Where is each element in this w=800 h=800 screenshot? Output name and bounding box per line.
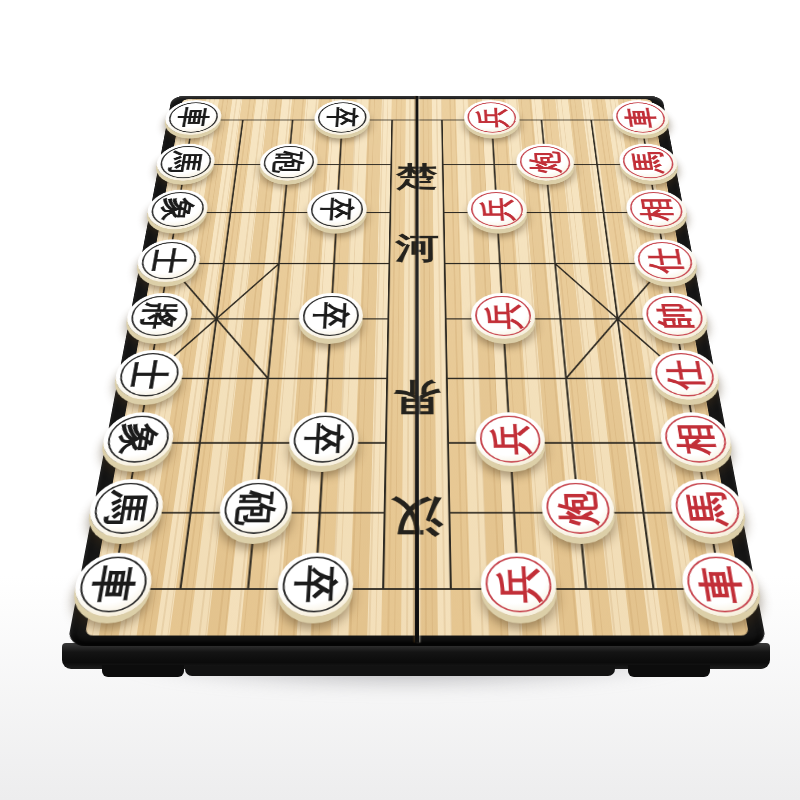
piece-red-soldier[interactable]: 兵	[463, 100, 521, 135]
piece-character: 卒	[292, 565, 339, 603]
piece-character: 象	[115, 423, 161, 455]
piece-red-advisor[interactable]: 仕	[631, 239, 700, 282]
board-wood-surface: 楚 河 界 汉 車卒兵車馬砲炮馬象卒兵相士仕將卒兵帥士仕象卒兵相馬砲炮馬車卒兵車	[85, 99, 749, 635]
piece-character: 帥	[653, 302, 695, 329]
piece-red-chariot[interactable]: 車	[678, 553, 764, 617]
piece-red-general[interactable]: 帥	[639, 293, 711, 339]
piece-character: 士	[149, 248, 190, 273]
piece-black-elephant[interactable]: 象	[144, 190, 210, 230]
piece-black-chariot[interactable]: 車	[70, 553, 156, 617]
piece-red-soldier[interactable]: 兵	[470, 293, 537, 339]
piece-red-horse[interactable]: 馬	[617, 143, 681, 180]
piece-character: 卒	[319, 198, 355, 221]
product-photo-scene: 楚 河 界 汉 車卒兵車馬砲炮馬象卒兵相士仕將卒兵帥士仕象卒兵相馬砲炮馬車卒兵車	[0, 0, 800, 800]
piece-character: 相	[637, 198, 676, 221]
piece-character: 馬	[629, 151, 667, 173]
piece-red-soldier[interactable]: 兵	[474, 412, 546, 466]
piece-character: 炮	[556, 491, 602, 526]
piece-black-elephant[interactable]: 象	[99, 412, 177, 466]
piece-character: 兵	[489, 423, 532, 455]
piece-black-soldier[interactable]: 卒	[287, 412, 359, 466]
piece-red-elephant[interactable]: 相	[624, 190, 690, 230]
piece-character: 卒	[311, 302, 350, 329]
piece-character: 砲	[270, 151, 306, 173]
piece-black-soldier[interactable]: 卒	[306, 190, 368, 230]
piece-character: 馬	[102, 491, 150, 526]
piece-character: 炮	[528, 151, 564, 173]
tray-foot-right	[628, 665, 710, 677]
piece-character: 車	[88, 565, 139, 603]
pieces-layer: 車卒兵車馬砲炮馬象卒兵相士仕將卒兵帥士仕象卒兵相馬砲炮馬車卒兵車	[85, 99, 749, 635]
piece-red-soldier[interactable]: 兵	[479, 553, 558, 617]
piece-character: 馬	[167, 151, 205, 173]
piece-black-soldier[interactable]: 卒	[313, 100, 371, 135]
piece-character: 象	[158, 198, 197, 221]
piece-black-cannon[interactable]: 砲	[258, 143, 319, 180]
piece-black-advisor[interactable]: 士	[134, 239, 203, 282]
piece-red-soldier[interactable]: 兵	[466, 190, 528, 230]
piece-black-horse[interactable]: 馬	[85, 479, 167, 538]
tray-front-lip	[185, 666, 615, 676]
piece-character: 仕	[645, 248, 686, 273]
piece-red-horse[interactable]: 馬	[667, 479, 749, 538]
piece-red-chariot[interactable]: 車	[610, 100, 671, 135]
piece-black-advisor[interactable]: 士	[111, 350, 186, 400]
piece-red-advisor[interactable]: 仕	[648, 350, 723, 400]
piece-character: 兵	[495, 565, 542, 603]
piece-character: 兵	[483, 302, 522, 329]
piece-black-soldier[interactable]: 卒	[297, 293, 364, 339]
piece-character: 兵	[479, 198, 515, 221]
piece-character: 仕	[663, 360, 707, 389]
piece-black-chariot[interactable]: 車	[162, 100, 223, 135]
piece-character: 兵	[475, 107, 509, 127]
piece-character: 相	[673, 423, 719, 455]
piece-character: 車	[695, 565, 746, 603]
piece-black-cannon[interactable]: 砲	[216, 479, 294, 538]
tray-foot-left	[102, 665, 184, 677]
piece-character: 士	[127, 360, 171, 389]
piece-character: 將	[138, 302, 180, 329]
piece-red-elephant[interactable]: 相	[657, 412, 735, 466]
piece-black-horse[interactable]: 馬	[154, 143, 218, 180]
piece-character: 馬	[683, 491, 731, 526]
piece-character: 車	[623, 107, 659, 127]
piece-black-general[interactable]: 將	[123, 293, 195, 339]
piece-red-cannon[interactable]: 炮	[540, 479, 618, 538]
piece-red-cannon[interactable]: 炮	[515, 143, 576, 180]
xiangqi-board: 楚 河 界 汉 車卒兵車馬砲炮馬象卒兵相士仕將卒兵帥士仕象卒兵相馬砲炮馬車卒兵車	[67, 96, 767, 646]
board-tray-frame: 楚 河 界 汉 車卒兵車馬砲炮馬象卒兵相士仕將卒兵帥士仕象卒兵相馬砲炮馬車卒兵車	[67, 96, 767, 646]
piece-black-soldier[interactable]: 卒	[276, 553, 355, 617]
piece-character: 卒	[325, 107, 359, 127]
piece-character: 車	[175, 107, 211, 127]
piece-character: 卒	[303, 423, 346, 455]
piece-character: 砲	[232, 491, 278, 526]
